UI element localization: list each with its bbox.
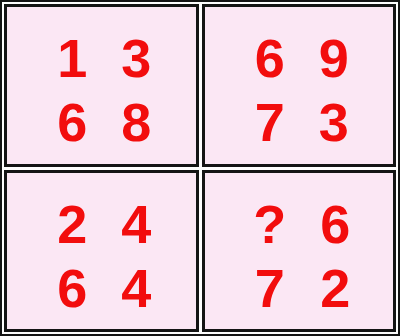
number-cell: 6 — [320, 197, 350, 251]
number-grid: 2 4 6 4 — [57, 197, 151, 315]
missing-number-cell: ? — [253, 197, 286, 251]
quadrant-bottom-right: ? 6 7 2 — [202, 170, 397, 333]
number-cell: 3 — [121, 31, 151, 85]
number-cell: 6 — [57, 261, 87, 315]
quadrant-top-right: 6 9 7 3 — [202, 4, 397, 167]
number-cell: 4 — [121, 197, 151, 251]
number-cell: 7 — [255, 95, 285, 149]
number-grid: ? 6 7 2 — [253, 197, 350, 315]
number-cell: 6 — [255, 31, 285, 85]
number-cell: 3 — [319, 95, 349, 149]
number-cell: 2 — [57, 197, 87, 251]
number-cell: 2 — [320, 261, 350, 315]
number-cell: 6 — [57, 95, 87, 149]
number-grid: 6 9 7 3 — [255, 31, 349, 149]
quadrant-top-left: 1 3 6 8 — [4, 4, 199, 167]
number-cell: 8 — [121, 95, 151, 149]
number-cell: 4 — [121, 261, 151, 315]
puzzle-board: 1 3 6 8 6 9 7 3 2 4 6 4 ? 6 7 2 — [0, 0, 400, 336]
quadrant-bottom-left: 2 4 6 4 — [4, 170, 199, 333]
number-grid: 1 3 6 8 — [57, 31, 151, 149]
number-cell: 1 — [57, 31, 87, 85]
number-cell: 9 — [319, 31, 349, 85]
number-cell: 7 — [255, 261, 285, 315]
